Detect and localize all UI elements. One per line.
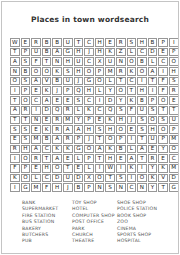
wordsearch-grid: WERBBUTCHERSHBPITPUBAGHJHKZLCDEPASFTNHUC…	[10, 38, 179, 192]
grid-cell: O	[95, 77, 105, 86]
grid-cell: O	[169, 57, 179, 66]
grid-cell: B	[42, 48, 52, 57]
grid-cell: P	[21, 48, 31, 57]
grid-cell: R	[31, 154, 41, 163]
grid-cell: C	[95, 106, 105, 115]
grid-cell: T	[42, 57, 52, 66]
grid-cell: E	[42, 116, 52, 125]
grid-cell: O	[10, 77, 20, 86]
grid-cell: E	[52, 96, 62, 105]
grid-cell: U	[63, 77, 73, 86]
grid-cell: T	[158, 106, 168, 115]
grid-cell: K	[148, 174, 158, 183]
grid-cell: S	[21, 125, 31, 134]
grid-cell: B	[137, 57, 147, 66]
grid-cell: K	[52, 145, 62, 154]
grid-cell: O	[169, 145, 179, 154]
grid-cell: B	[137, 96, 147, 105]
worksheet-page: Places in town wordsearch WERBBUTCHERSHB…	[1, 1, 179, 254]
grid-cell: A	[10, 57, 20, 66]
grid-cell: O	[95, 174, 105, 183]
grid-cell: H	[84, 125, 94, 134]
grid-cell: S	[21, 135, 31, 144]
grid-cell: Y	[148, 164, 158, 173]
grid-cell: C	[137, 48, 147, 57]
grid-cell: N	[52, 57, 62, 66]
grid-cell: B	[116, 145, 126, 154]
grid-cell: O	[158, 96, 168, 105]
grid-cell: I	[10, 183, 20, 192]
grid-cell: Y	[116, 96, 126, 105]
grid-cell: T	[21, 116, 31, 125]
grid-cell: Q	[74, 86, 84, 95]
grid-cell: C	[31, 96, 41, 105]
word-list-column: SHOE SHOPPOLICE STATIONBOOK SHOPZOOCINEM…	[117, 200, 172, 245]
grid-cell: D	[169, 174, 179, 183]
grid-cell: A	[127, 154, 137, 163]
grid-cell: U	[148, 135, 158, 144]
grid-cell: C	[169, 154, 179, 163]
grid-cell: A	[31, 145, 41, 154]
grid-cell: T	[95, 135, 105, 144]
grid-cell: H	[169, 67, 179, 76]
grid-cell: U	[63, 38, 73, 47]
grid-cell: O	[116, 86, 126, 95]
grid-cell: M	[63, 116, 73, 125]
grid-cell: E	[63, 154, 73, 163]
grid-cell: R	[10, 145, 20, 154]
grid-cell: G	[74, 145, 84, 154]
grid-cell: T	[10, 96, 20, 105]
grid-cell: J	[84, 48, 94, 57]
grid-cell: R	[148, 154, 158, 163]
grid-cell: M	[169, 135, 179, 144]
grid-cell: A	[31, 77, 41, 86]
grid-cell: A	[42, 96, 52, 105]
grid-cell: I	[95, 164, 105, 173]
grid-cell: K	[10, 174, 20, 183]
grid-cell: N	[116, 183, 126, 192]
grid-cell: Q	[105, 106, 115, 115]
word-list: BANKSUPERMARKETFIRE STATIONBUS STATIONBA…	[2, 200, 178, 245]
grid-cell: H	[95, 38, 105, 47]
grid-cell: I	[127, 135, 137, 144]
grid-cell: O	[137, 174, 147, 183]
grid-cell: S	[137, 125, 147, 134]
grid-cell: D	[52, 174, 62, 183]
grid-cell: R	[116, 67, 126, 76]
grid-cell: H	[21, 145, 31, 154]
grid-cell: L	[127, 145, 137, 154]
grid-cell: I	[127, 174, 137, 183]
grid-cell: B	[42, 38, 52, 47]
grid-cell: O	[105, 135, 115, 144]
grid-cell: R	[21, 106, 31, 115]
grid-cell: S	[21, 57, 31, 66]
grid-cell: B	[74, 183, 84, 192]
grid-cell: H	[95, 48, 105, 57]
grid-cell: B	[52, 77, 62, 86]
grid-cell: A	[95, 145, 105, 154]
grid-cell: F	[42, 183, 52, 192]
grid-cell: O	[116, 125, 126, 134]
grid-cell: R	[116, 38, 126, 47]
grid-cell: U	[137, 106, 147, 115]
grid-cell: R	[63, 135, 73, 144]
grid-cell: H	[105, 154, 115, 163]
grid-cell: G	[63, 48, 73, 57]
grid-cell: K	[127, 96, 137, 105]
grid-cell: S	[116, 106, 126, 115]
grid-cell: H	[105, 125, 115, 134]
grid-cell: T	[95, 154, 105, 163]
grid-cell: M	[105, 67, 115, 76]
grid-cell: T	[137, 135, 147, 144]
grid-cell: T	[116, 77, 126, 86]
grid-cell: F	[158, 77, 168, 86]
grid-cell: L	[127, 48, 137, 57]
grid-cell: S	[137, 116, 147, 125]
grid-cell: E	[63, 96, 73, 105]
grid-cell: U	[63, 174, 73, 183]
grid-cell: S	[105, 183, 115, 192]
grid-cell: I	[10, 86, 20, 95]
grid-cell: J	[127, 116, 137, 125]
grid-cell: K	[127, 67, 137, 76]
grid-cell: P	[21, 164, 31, 173]
grid-cell: P	[21, 86, 31, 95]
grid-cell: A	[52, 154, 62, 163]
grid-cell: Y	[158, 145, 168, 154]
grid-cell: C	[127, 77, 137, 86]
grid-cell: C	[84, 38, 94, 47]
grid-cell: C	[127, 183, 137, 192]
grid-cell: V	[158, 174, 168, 183]
grid-cell: S	[95, 125, 105, 134]
grid-cell: E	[148, 145, 158, 154]
grid-cell: D	[148, 48, 158, 57]
page-title: Places in town wordsearch	[2, 15, 178, 24]
grid-cell: E	[95, 116, 105, 125]
grid-cell: H	[74, 67, 84, 76]
grid-cell: N	[31, 116, 41, 125]
grid-cell: L	[74, 106, 84, 115]
grid-cell: P	[116, 135, 126, 144]
grid-cell: P	[84, 183, 94, 192]
grid-cell: F	[10, 164, 20, 173]
grid-cell: O	[137, 67, 147, 76]
grid-cell: I	[169, 38, 179, 47]
grid-cell: P	[95, 67, 105, 76]
grid-cell: L	[84, 164, 94, 173]
grid-cell: P	[169, 48, 179, 57]
grid-cell: M	[31, 183, 41, 192]
grid-cell: S	[158, 116, 168, 125]
grid-cell: L	[105, 77, 115, 86]
grid-cell: E	[158, 154, 168, 163]
grid-cell: T	[127, 86, 137, 95]
grid-cell: T	[148, 77, 158, 86]
grid-cell: H	[137, 86, 147, 95]
grid-cell: I	[10, 154, 20, 163]
grid-cell: H	[84, 86, 94, 95]
grid-cell: O	[31, 67, 41, 76]
grid-cell: B	[148, 38, 158, 47]
grid-cell: E	[169, 96, 179, 105]
word-item: PUB	[22, 238, 72, 244]
grid-cell: F	[127, 106, 137, 115]
grid-cell: K	[42, 125, 52, 134]
grid-cell: K	[105, 145, 115, 154]
grid-cell: C	[158, 57, 168, 66]
grid-cell: E	[31, 164, 41, 173]
grid-cell: H	[116, 116, 126, 125]
grid-cell: W	[105, 164, 115, 173]
grid-cell: W	[10, 38, 20, 47]
grid-cell: I	[158, 67, 168, 76]
grid-cell: I	[95, 96, 105, 105]
grid-cell: B	[52, 38, 62, 47]
grid-cell: S	[74, 96, 84, 105]
grid-cell: F	[158, 86, 168, 95]
grid-cell: A	[74, 125, 84, 134]
grid-cell: I	[31, 106, 41, 115]
grid-cell: A	[148, 67, 158, 76]
grid-cell: S	[148, 106, 158, 115]
grid-cell: T	[137, 154, 147, 163]
grid-cell: M	[169, 164, 179, 173]
grid-cell: I	[116, 164, 126, 173]
grid-cell: C	[42, 174, 52, 183]
grid-cell: K	[105, 48, 115, 57]
grid-cell: N	[137, 183, 147, 192]
grid-cell: D	[42, 106, 52, 115]
grid-cell: O	[21, 96, 31, 105]
grid-cell: O	[158, 125, 168, 134]
grid-cell: Z	[116, 48, 126, 57]
grid-cell: C	[42, 145, 52, 154]
grid-cell: H	[137, 38, 147, 47]
grid-cell: L	[31, 174, 41, 183]
grid-cell: I	[137, 164, 147, 173]
grid-cell: O	[52, 164, 62, 173]
grid-cell: E	[116, 154, 126, 163]
grid-cell: G	[21, 183, 31, 192]
grid-cell: X	[95, 57, 105, 66]
grid-cell: P	[74, 135, 84, 144]
grid-cell: D	[105, 96, 115, 105]
grid-cell: P	[169, 125, 179, 134]
grid-cell: T	[63, 164, 73, 173]
grid-cell: J	[52, 86, 62, 95]
grid-cell: H	[148, 125, 158, 134]
grid-cell: O	[84, 145, 94, 154]
grid-cell: U	[74, 57, 84, 66]
grid-cell: T	[42, 154, 52, 163]
grid-cell: K	[42, 86, 52, 95]
grid-cell: X	[84, 174, 94, 183]
grid-cell: P	[84, 154, 94, 163]
grid-cell: K	[127, 164, 137, 173]
grid-cell: O	[21, 174, 31, 183]
grid-cell: N	[10, 67, 20, 76]
grid-cell: U	[105, 57, 115, 66]
grid-cell: V	[42, 77, 52, 86]
grid-cell: R	[52, 125, 62, 134]
grid-cell: P	[158, 38, 168, 47]
grid-cell: L	[148, 57, 158, 66]
word-list-column: TOY SHOPHOTELCOMPUTER SHOPPOST OFFICEPAR…	[72, 200, 117, 245]
grid-cell: O	[21, 154, 31, 163]
grid-cell: E	[127, 125, 137, 134]
grid-cell: I	[137, 77, 147, 86]
grid-cell: H	[74, 48, 84, 57]
grid-cell: A	[10, 106, 20, 115]
grid-cell: J	[84, 135, 94, 144]
grid-cell: T	[10, 48, 20, 57]
grid-cell: K	[52, 67, 62, 76]
grid-cell: S	[21, 77, 31, 86]
grid-cell: S	[63, 67, 73, 76]
grid-cell: P	[84, 116, 94, 125]
grid-cell: E	[74, 164, 84, 173]
grid-cell: R	[169, 86, 179, 95]
grid-cell: S	[127, 38, 137, 47]
grid-cell: P	[63, 86, 73, 95]
grid-cell: F	[31, 57, 41, 66]
grid-cell: B	[42, 135, 52, 144]
grid-cell: P	[158, 135, 168, 144]
grid-cell: H	[42, 164, 52, 173]
grid-cell: E	[31, 125, 41, 134]
grid-cell: T	[158, 183, 168, 192]
grid-cell: I	[148, 86, 158, 95]
word-item: THEATRE	[72, 238, 117, 244]
grid-cell: L	[74, 154, 84, 163]
grid-cell: H	[52, 183, 62, 192]
grid-cell: Q	[52, 106, 62, 115]
word-list-column: BANKSUPERMARKETFIRE STATIONBUS STATIONBA…	[22, 200, 72, 245]
grid-cell: Y	[105, 86, 115, 95]
grid-cell: J	[63, 183, 73, 192]
grid-cell: T	[10, 116, 20, 125]
grid-cell: D	[74, 174, 84, 183]
grid-cell: L	[95, 86, 105, 95]
grid-cell: Y	[148, 183, 158, 192]
grid-cell: G	[84, 77, 94, 86]
grid-cell: S	[116, 174, 126, 183]
grid-cell: A	[52, 48, 62, 57]
grid-cell: O	[84, 67, 94, 76]
grid-cell: R	[52, 116, 62, 125]
grid-cell: H	[63, 57, 73, 66]
grid-cell: O	[148, 116, 158, 125]
grid-cell: U	[169, 116, 179, 125]
grid-cell: E	[31, 86, 41, 95]
grid-cell: K	[158, 164, 168, 173]
grid-cell: O	[127, 57, 137, 66]
grid-cell: K	[84, 106, 94, 115]
grid-cell: R	[63, 106, 73, 115]
grid-cell: S	[169, 77, 179, 86]
grid-cell: O	[42, 67, 52, 76]
grid-cell: E	[10, 135, 20, 144]
grid-cell: A	[52, 135, 62, 144]
word-item: HOSPITAL	[117, 238, 172, 244]
grid-cell: E	[158, 48, 168, 57]
grid-cell: R	[31, 38, 41, 47]
grid-cell: A	[63, 125, 73, 134]
grid-cell: T	[105, 174, 115, 183]
grid-cell: E	[105, 38, 115, 47]
grid-cell: B	[21, 67, 31, 76]
grid-cell: T	[169, 106, 179, 115]
grid-cell: T	[74, 38, 84, 47]
grid-cell: Y	[74, 116, 84, 125]
grid-cell: U	[31, 48, 41, 57]
grid-cell: M	[31, 135, 41, 144]
grid-cell: K	[63, 145, 73, 154]
grid-cell: A	[137, 145, 147, 154]
grid-cell: C	[84, 96, 94, 105]
grid-cell: J	[74, 77, 84, 86]
grid-cell: E	[21, 38, 31, 47]
grid-cell: G	[169, 183, 179, 192]
grid-cell: C	[84, 57, 94, 66]
grid-cell: S	[10, 125, 20, 134]
grid-cell: N	[95, 183, 105, 192]
grid-cell: N	[116, 57, 126, 66]
grid-cell: K	[105, 116, 115, 125]
grid-cell: P	[148, 96, 158, 105]
